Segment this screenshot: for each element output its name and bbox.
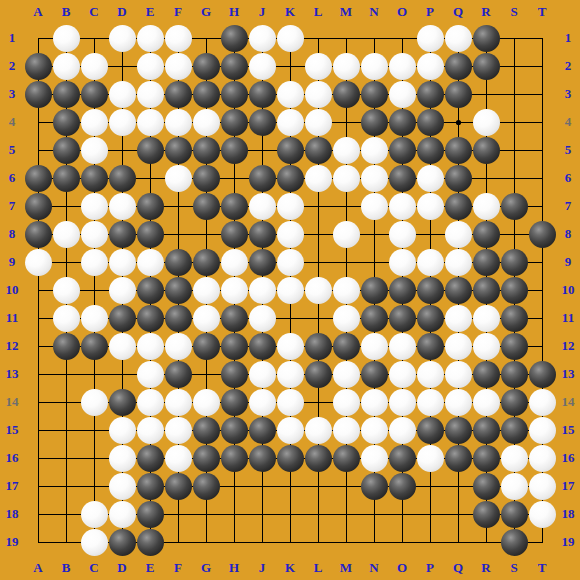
- intersection-F7[interactable]: [164, 192, 192, 220]
- intersection-B3[interactable]: [52, 80, 80, 108]
- intersection-L5[interactable]: [304, 136, 332, 164]
- intersection-F4[interactable]: [164, 108, 192, 136]
- intersection-P2[interactable]: [416, 52, 444, 80]
- intersection-Q1[interactable]: [444, 24, 472, 52]
- intersection-M6[interactable]: [332, 164, 360, 192]
- intersection-K2[interactable]: [276, 52, 304, 80]
- intersection-Q17[interactable]: [444, 472, 472, 500]
- intersection-E12[interactable]: [136, 332, 164, 360]
- intersection-P15[interactable]: [416, 416, 444, 444]
- intersection-F2[interactable]: [164, 52, 192, 80]
- intersection-T4[interactable]: [528, 108, 556, 136]
- intersection-E18[interactable]: [136, 500, 164, 528]
- intersection-S15[interactable]: [500, 416, 528, 444]
- intersection-L17[interactable]: [304, 472, 332, 500]
- intersection-A8[interactable]: [24, 220, 52, 248]
- intersection-L19[interactable]: [304, 528, 332, 556]
- intersection-O17[interactable]: [388, 472, 416, 500]
- intersection-N3[interactable]: [360, 80, 388, 108]
- intersection-H7[interactable]: [220, 192, 248, 220]
- intersection-D14[interactable]: [108, 388, 136, 416]
- intersection-G9[interactable]: [192, 248, 220, 276]
- intersection-Q5[interactable]: [444, 136, 472, 164]
- intersection-S4[interactable]: [500, 108, 528, 136]
- intersection-R5[interactable]: [472, 136, 500, 164]
- intersection-Q14[interactable]: [444, 388, 472, 416]
- intersection-F16[interactable]: [164, 444, 192, 472]
- intersection-B2[interactable]: [52, 52, 80, 80]
- intersection-D9[interactable]: [108, 248, 136, 276]
- intersection-S17[interactable]: [500, 472, 528, 500]
- intersection-O4[interactable]: [388, 108, 416, 136]
- intersection-A15[interactable]: [24, 416, 52, 444]
- intersection-D17[interactable]: [108, 472, 136, 500]
- intersection-J7[interactable]: [248, 192, 276, 220]
- intersection-K19[interactable]: [276, 528, 304, 556]
- intersection-H14[interactable]: [220, 388, 248, 416]
- intersection-Q9[interactable]: [444, 248, 472, 276]
- intersection-D19[interactable]: [108, 528, 136, 556]
- intersection-A12[interactable]: [24, 332, 52, 360]
- intersection-K11[interactable]: [276, 304, 304, 332]
- intersection-Q19[interactable]: [444, 528, 472, 556]
- intersection-N9[interactable]: [360, 248, 388, 276]
- intersection-A2[interactable]: [24, 52, 52, 80]
- intersection-Q15[interactable]: [444, 416, 472, 444]
- intersection-H17[interactable]: [220, 472, 248, 500]
- intersection-C6[interactable]: [80, 164, 108, 192]
- intersection-B8[interactable]: [52, 220, 80, 248]
- intersection-M18[interactable]: [332, 500, 360, 528]
- intersection-M19[interactable]: [332, 528, 360, 556]
- intersection-T12[interactable]: [528, 332, 556, 360]
- intersection-L3[interactable]: [304, 80, 332, 108]
- intersection-K7[interactable]: [276, 192, 304, 220]
- intersection-C14[interactable]: [80, 388, 108, 416]
- intersection-O10[interactable]: [388, 276, 416, 304]
- intersection-O13[interactable]: [388, 360, 416, 388]
- intersection-P8[interactable]: [416, 220, 444, 248]
- intersection-M13[interactable]: [332, 360, 360, 388]
- intersection-A7[interactable]: [24, 192, 52, 220]
- intersection-Q3[interactable]: [444, 80, 472, 108]
- intersection-H11[interactable]: [220, 304, 248, 332]
- intersection-L7[interactable]: [304, 192, 332, 220]
- intersection-J5[interactable]: [248, 136, 276, 164]
- intersection-R17[interactable]: [472, 472, 500, 500]
- intersection-P14[interactable]: [416, 388, 444, 416]
- intersection-D18[interactable]: [108, 500, 136, 528]
- intersection-G1[interactable]: [192, 24, 220, 52]
- intersection-M1[interactable]: [332, 24, 360, 52]
- intersection-G8[interactable]: [192, 220, 220, 248]
- intersection-B11[interactable]: [52, 304, 80, 332]
- intersection-N4[interactable]: [360, 108, 388, 136]
- intersection-R12[interactable]: [472, 332, 500, 360]
- intersection-A18[interactable]: [24, 500, 52, 528]
- intersection-Q2[interactable]: [444, 52, 472, 80]
- intersection-H3[interactable]: [220, 80, 248, 108]
- intersection-G18[interactable]: [192, 500, 220, 528]
- intersection-G11[interactable]: [192, 304, 220, 332]
- intersection-K18[interactable]: [276, 500, 304, 528]
- intersection-O2[interactable]: [388, 52, 416, 80]
- intersection-D11[interactable]: [108, 304, 136, 332]
- intersection-C12[interactable]: [80, 332, 108, 360]
- intersection-A11[interactable]: [24, 304, 52, 332]
- intersection-C1[interactable]: [80, 24, 108, 52]
- intersection-J16[interactable]: [248, 444, 276, 472]
- intersection-J2[interactable]: [248, 52, 276, 80]
- intersection-K15[interactable]: [276, 416, 304, 444]
- intersection-R1[interactable]: [472, 24, 500, 52]
- intersection-T5[interactable]: [528, 136, 556, 164]
- intersection-L10[interactable]: [304, 276, 332, 304]
- intersection-C17[interactable]: [80, 472, 108, 500]
- intersection-D2[interactable]: [108, 52, 136, 80]
- intersection-R7[interactable]: [472, 192, 500, 220]
- intersection-E17[interactable]: [136, 472, 164, 500]
- intersection-H13[interactable]: [220, 360, 248, 388]
- intersection-H2[interactable]: [220, 52, 248, 80]
- intersection-H19[interactable]: [220, 528, 248, 556]
- intersection-T11[interactable]: [528, 304, 556, 332]
- intersection-E3[interactable]: [136, 80, 164, 108]
- intersection-P3[interactable]: [416, 80, 444, 108]
- intersection-P19[interactable]: [416, 528, 444, 556]
- intersection-N6[interactable]: [360, 164, 388, 192]
- intersection-R14[interactable]: [472, 388, 500, 416]
- intersection-L9[interactable]: [304, 248, 332, 276]
- intersection-E13[interactable]: [136, 360, 164, 388]
- intersection-M15[interactable]: [332, 416, 360, 444]
- intersection-K6[interactable]: [276, 164, 304, 192]
- intersection-J15[interactable]: [248, 416, 276, 444]
- intersection-L8[interactable]: [304, 220, 332, 248]
- intersection-K8[interactable]: [276, 220, 304, 248]
- intersection-A19[interactable]: [24, 528, 52, 556]
- intersection-O12[interactable]: [388, 332, 416, 360]
- intersection-P10[interactable]: [416, 276, 444, 304]
- intersection-E1[interactable]: [136, 24, 164, 52]
- intersection-Q18[interactable]: [444, 500, 472, 528]
- intersection-J12[interactable]: [248, 332, 276, 360]
- intersection-N12[interactable]: [360, 332, 388, 360]
- intersection-J18[interactable]: [248, 500, 276, 528]
- intersection-F14[interactable]: [164, 388, 192, 416]
- intersection-F1[interactable]: [164, 24, 192, 52]
- intersection-R15[interactable]: [472, 416, 500, 444]
- intersection-S5[interactable]: [500, 136, 528, 164]
- intersection-A14[interactable]: [24, 388, 52, 416]
- intersection-O8[interactable]: [388, 220, 416, 248]
- intersection-H9[interactable]: [220, 248, 248, 276]
- intersection-T2[interactable]: [528, 52, 556, 80]
- intersection-P18[interactable]: [416, 500, 444, 528]
- intersection-M2[interactable]: [332, 52, 360, 80]
- intersection-H1[interactable]: [220, 24, 248, 52]
- intersection-P6[interactable]: [416, 164, 444, 192]
- intersection-H18[interactable]: [220, 500, 248, 528]
- intersection-H6[interactable]: [220, 164, 248, 192]
- intersection-L4[interactable]: [304, 108, 332, 136]
- intersection-O14[interactable]: [388, 388, 416, 416]
- intersection-N18[interactable]: [360, 500, 388, 528]
- intersection-F18[interactable]: [164, 500, 192, 528]
- intersection-E15[interactable]: [136, 416, 164, 444]
- intersection-O1[interactable]: [388, 24, 416, 52]
- intersection-B19[interactable]: [52, 528, 80, 556]
- intersection-D1[interactable]: [108, 24, 136, 52]
- intersection-P12[interactable]: [416, 332, 444, 360]
- intersection-R3[interactable]: [472, 80, 500, 108]
- intersection-D16[interactable]: [108, 444, 136, 472]
- intersection-J4[interactable]: [248, 108, 276, 136]
- intersection-O16[interactable]: [388, 444, 416, 472]
- intersection-O19[interactable]: [388, 528, 416, 556]
- intersection-O15[interactable]: [388, 416, 416, 444]
- intersection-S1[interactable]: [500, 24, 528, 52]
- intersection-N16[interactable]: [360, 444, 388, 472]
- intersection-M10[interactable]: [332, 276, 360, 304]
- intersection-D6[interactable]: [108, 164, 136, 192]
- intersection-H15[interactable]: [220, 416, 248, 444]
- intersection-G10[interactable]: [192, 276, 220, 304]
- intersection-K4[interactable]: [276, 108, 304, 136]
- intersection-E7[interactable]: [136, 192, 164, 220]
- intersection-J13[interactable]: [248, 360, 276, 388]
- intersection-G6[interactable]: [192, 164, 220, 192]
- intersection-N5[interactable]: [360, 136, 388, 164]
- intersection-M16[interactable]: [332, 444, 360, 472]
- intersection-G3[interactable]: [192, 80, 220, 108]
- intersection-B4[interactable]: [52, 108, 80, 136]
- intersection-B13[interactable]: [52, 360, 80, 388]
- intersection-B6[interactable]: [52, 164, 80, 192]
- intersection-F12[interactable]: [164, 332, 192, 360]
- intersection-L13[interactable]: [304, 360, 332, 388]
- intersection-A13[interactable]: [24, 360, 52, 388]
- intersection-Q10[interactable]: [444, 276, 472, 304]
- intersection-S6[interactable]: [500, 164, 528, 192]
- intersection-C5[interactable]: [80, 136, 108, 164]
- intersection-K9[interactable]: [276, 248, 304, 276]
- intersection-E4[interactable]: [136, 108, 164, 136]
- intersection-N17[interactable]: [360, 472, 388, 500]
- intersection-M11[interactable]: [332, 304, 360, 332]
- intersection-C4[interactable]: [80, 108, 108, 136]
- intersection-R19[interactable]: [472, 528, 500, 556]
- intersection-Q7[interactable]: [444, 192, 472, 220]
- intersection-E11[interactable]: [136, 304, 164, 332]
- intersection-L16[interactable]: [304, 444, 332, 472]
- intersection-P17[interactable]: [416, 472, 444, 500]
- intersection-G7[interactable]: [192, 192, 220, 220]
- intersection-T8[interactable]: [528, 220, 556, 248]
- intersection-K1[interactable]: [276, 24, 304, 52]
- intersection-S13[interactable]: [500, 360, 528, 388]
- intersection-S12[interactable]: [500, 332, 528, 360]
- intersection-A1[interactable]: [24, 24, 52, 52]
- intersection-Q12[interactable]: [444, 332, 472, 360]
- intersection-D15[interactable]: [108, 416, 136, 444]
- intersection-G13[interactable]: [192, 360, 220, 388]
- intersection-N10[interactable]: [360, 276, 388, 304]
- intersection-E8[interactable]: [136, 220, 164, 248]
- intersection-N19[interactable]: [360, 528, 388, 556]
- intersection-Q6[interactable]: [444, 164, 472, 192]
- intersection-S16[interactable]: [500, 444, 528, 472]
- intersection-C10[interactable]: [80, 276, 108, 304]
- intersection-G4[interactable]: [192, 108, 220, 136]
- intersection-T13[interactable]: [528, 360, 556, 388]
- intersection-N11[interactable]: [360, 304, 388, 332]
- intersection-T19[interactable]: [528, 528, 556, 556]
- intersection-C16[interactable]: [80, 444, 108, 472]
- intersection-S19[interactable]: [500, 528, 528, 556]
- intersection-R6[interactable]: [472, 164, 500, 192]
- intersection-O9[interactable]: [388, 248, 416, 276]
- intersection-B7[interactable]: [52, 192, 80, 220]
- intersection-T17[interactable]: [528, 472, 556, 500]
- intersection-C3[interactable]: [80, 80, 108, 108]
- intersection-K16[interactable]: [276, 444, 304, 472]
- intersection-C13[interactable]: [80, 360, 108, 388]
- intersection-G2[interactable]: [192, 52, 220, 80]
- intersection-E19[interactable]: [136, 528, 164, 556]
- intersection-F11[interactable]: [164, 304, 192, 332]
- intersection-H4[interactable]: [220, 108, 248, 136]
- intersection-L14[interactable]: [304, 388, 332, 416]
- intersection-N13[interactable]: [360, 360, 388, 388]
- intersection-D10[interactable]: [108, 276, 136, 304]
- intersection-O5[interactable]: [388, 136, 416, 164]
- intersection-A3[interactable]: [24, 80, 52, 108]
- intersection-B18[interactable]: [52, 500, 80, 528]
- intersection-T6[interactable]: [528, 164, 556, 192]
- intersection-M9[interactable]: [332, 248, 360, 276]
- intersection-N1[interactable]: [360, 24, 388, 52]
- intersection-P4[interactable]: [416, 108, 444, 136]
- intersection-R13[interactable]: [472, 360, 500, 388]
- intersection-P7[interactable]: [416, 192, 444, 220]
- intersection-C2[interactable]: [80, 52, 108, 80]
- intersection-L6[interactable]: [304, 164, 332, 192]
- intersection-F6[interactable]: [164, 164, 192, 192]
- intersection-F8[interactable]: [164, 220, 192, 248]
- intersection-O7[interactable]: [388, 192, 416, 220]
- intersection-P11[interactable]: [416, 304, 444, 332]
- intersection-R11[interactable]: [472, 304, 500, 332]
- intersection-R16[interactable]: [472, 444, 500, 472]
- intersection-C19[interactable]: [80, 528, 108, 556]
- intersection-P13[interactable]: [416, 360, 444, 388]
- intersection-K12[interactable]: [276, 332, 304, 360]
- intersection-C15[interactable]: [80, 416, 108, 444]
- intersection-D8[interactable]: [108, 220, 136, 248]
- intersection-E10[interactable]: [136, 276, 164, 304]
- intersection-M3[interactable]: [332, 80, 360, 108]
- intersection-A6[interactable]: [24, 164, 52, 192]
- intersection-E2[interactable]: [136, 52, 164, 80]
- intersection-J1[interactable]: [248, 24, 276, 52]
- intersection-B5[interactable]: [52, 136, 80, 164]
- intersection-R10[interactable]: [472, 276, 500, 304]
- intersection-F19[interactable]: [164, 528, 192, 556]
- intersection-Q8[interactable]: [444, 220, 472, 248]
- intersection-L2[interactable]: [304, 52, 332, 80]
- intersection-F9[interactable]: [164, 248, 192, 276]
- intersection-D7[interactable]: [108, 192, 136, 220]
- intersection-F10[interactable]: [164, 276, 192, 304]
- intersection-H8[interactable]: [220, 220, 248, 248]
- intersection-F15[interactable]: [164, 416, 192, 444]
- intersection-L1[interactable]: [304, 24, 332, 52]
- intersection-D3[interactable]: [108, 80, 136, 108]
- intersection-S7[interactable]: [500, 192, 528, 220]
- intersection-A10[interactable]: [24, 276, 52, 304]
- intersection-R8[interactable]: [472, 220, 500, 248]
- intersection-P16[interactable]: [416, 444, 444, 472]
- intersection-M14[interactable]: [332, 388, 360, 416]
- intersection-G14[interactable]: [192, 388, 220, 416]
- intersection-T18[interactable]: [528, 500, 556, 528]
- intersection-J3[interactable]: [248, 80, 276, 108]
- intersection-E9[interactable]: [136, 248, 164, 276]
- intersection-J9[interactable]: [248, 248, 276, 276]
- intersection-E14[interactable]: [136, 388, 164, 416]
- intersection-Q4[interactable]: [444, 108, 472, 136]
- intersection-L11[interactable]: [304, 304, 332, 332]
- intersection-N2[interactable]: [360, 52, 388, 80]
- intersection-J17[interactable]: [248, 472, 276, 500]
- intersection-K5[interactable]: [276, 136, 304, 164]
- intersection-F17[interactable]: [164, 472, 192, 500]
- intersection-M12[interactable]: [332, 332, 360, 360]
- intersection-A17[interactable]: [24, 472, 52, 500]
- intersection-B12[interactable]: [52, 332, 80, 360]
- intersection-L18[interactable]: [304, 500, 332, 528]
- intersection-S10[interactable]: [500, 276, 528, 304]
- intersection-S2[interactable]: [500, 52, 528, 80]
- intersection-D12[interactable]: [108, 332, 136, 360]
- intersection-O11[interactable]: [388, 304, 416, 332]
- intersection-M4[interactable]: [332, 108, 360, 136]
- intersection-M8[interactable]: [332, 220, 360, 248]
- intersection-S11[interactable]: [500, 304, 528, 332]
- intersection-L15[interactable]: [304, 416, 332, 444]
- intersection-B15[interactable]: [52, 416, 80, 444]
- intersection-C9[interactable]: [80, 248, 108, 276]
- intersection-B16[interactable]: [52, 444, 80, 472]
- intersection-J14[interactable]: [248, 388, 276, 416]
- intersection-J11[interactable]: [248, 304, 276, 332]
- intersection-T7[interactable]: [528, 192, 556, 220]
- intersection-S8[interactable]: [500, 220, 528, 248]
- intersection-D5[interactable]: [108, 136, 136, 164]
- intersection-C8[interactable]: [80, 220, 108, 248]
- intersection-S18[interactable]: [500, 500, 528, 528]
- intersection-J19[interactable]: [248, 528, 276, 556]
- intersection-T15[interactable]: [528, 416, 556, 444]
- intersection-P1[interactable]: [416, 24, 444, 52]
- intersection-O3[interactable]: [388, 80, 416, 108]
- intersection-P9[interactable]: [416, 248, 444, 276]
- intersection-E16[interactable]: [136, 444, 164, 472]
- intersection-G15[interactable]: [192, 416, 220, 444]
- intersection-Q16[interactable]: [444, 444, 472, 472]
- intersection-F13[interactable]: [164, 360, 192, 388]
